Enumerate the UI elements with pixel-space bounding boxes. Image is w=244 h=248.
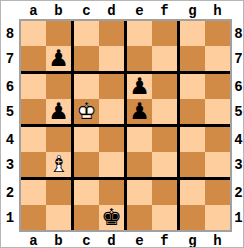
file-label-h-bottom: h [205,232,230,248]
square-e3[interactable] [127,152,152,177]
file-label-f-top: f [152,1,177,20]
file-label-b-bottom: b [46,232,71,248]
square-h6[interactable] [205,74,230,99]
file-label-d-top: d [99,1,124,20]
square-f2[interactable] [152,180,177,205]
black-pawn[interactable]: ♟ [46,99,71,124]
rank-label-1-left: 1 [1,205,19,230]
square-g3[interactable] [180,152,205,177]
square-e4[interactable] [127,127,152,152]
square-f7[interactable] [152,46,177,71]
square-b5[interactable]: ♟ [46,99,71,124]
rank-label-8-right: 8 [232,21,244,46]
square-e6[interactable]: ♟ [127,74,152,99]
chess-diagram: abcdefgh 87654321 87654321 abcdefgh ♟♟♟♚… [0,0,244,248]
file-label-e-bottom: e [127,232,152,248]
rank-labels-right: 87654321 [232,21,244,230]
file-label-d-bottom: d [99,232,124,248]
square-h5[interactable] [205,99,230,124]
square-d8[interactable] [99,21,124,46]
square-d6[interactable] [99,74,124,99]
square-c3[interactable] [74,152,99,177]
square-d7[interactable] [99,46,124,71]
square-e7[interactable] [127,46,152,71]
square-g8[interactable] [180,21,205,46]
black-pawn[interactable]: ♟ [46,46,71,71]
square-h1[interactable] [205,205,230,230]
rank-label-5-left: 5 [1,99,19,124]
square-a8[interactable] [21,21,46,46]
square-f4[interactable] [152,127,177,152]
black-pawn[interactable]: ♟ [127,99,152,124]
square-c5[interactable]: ♚♔ [74,99,99,124]
square-d4[interactable] [99,127,124,152]
square-f3[interactable] [152,152,177,177]
rank-label-4-right: 4 [232,127,244,152]
file-label-f-bottom: f [152,232,177,248]
square-d3[interactable] [99,152,124,177]
square-f8[interactable] [152,21,177,46]
square-b2[interactable] [46,180,71,205]
square-a1[interactable] [21,205,46,230]
square-a7[interactable] [21,46,46,71]
rank-label-6-left: 6 [1,74,19,99]
file-label-a-bottom: a [21,232,46,248]
square-a6[interactable] [21,74,46,99]
square-e1[interactable] [127,205,152,230]
rank-label-2-right: 2 [232,180,244,205]
square-a3[interactable] [21,152,46,177]
square-a4[interactable] [21,127,46,152]
square-h3[interactable] [205,152,230,177]
file-label-h-top: h [205,1,230,20]
black-king[interactable]: ♚ [99,205,124,230]
square-d5[interactable] [99,99,124,124]
file-label-g-top: g [180,1,205,20]
square-h7[interactable] [205,46,230,71]
square-c6[interactable] [74,74,99,99]
file-label-c-top: c [74,1,99,20]
rank-label-7-right: 7 [232,46,244,71]
square-g6[interactable] [180,74,205,99]
file-label-b-top: b [46,1,71,20]
square-h8[interactable] [205,21,230,46]
white-king[interactable]: ♔ [74,99,99,124]
square-b3[interactable]: ♝♗ [46,152,71,177]
square-g2[interactable] [180,180,205,205]
square-a5[interactable] [21,99,46,124]
square-g7[interactable] [180,46,205,71]
rank-label-2-left: 2 [1,180,19,205]
rank-label-6-right: 6 [232,74,244,99]
square-c8[interactable] [74,21,99,46]
square-c4[interactable] [74,127,99,152]
square-e8[interactable] [127,21,152,46]
square-g5[interactable] [180,99,205,124]
file-label-g-bottom: g [180,232,205,248]
square-e5[interactable]: ♟ [127,99,152,124]
square-b4[interactable] [46,127,71,152]
square-f1[interactable] [152,205,177,230]
black-pawn[interactable]: ♟ [127,74,152,99]
board-frame: ♟♟♟♚♔♟♝♗♚ [19,19,232,232]
square-a2[interactable] [21,180,46,205]
square-b7[interactable]: ♟ [46,46,71,71]
square-b8[interactable] [46,21,71,46]
square-f6[interactable] [152,74,177,99]
square-f5[interactable] [152,99,177,124]
rank-label-7-left: 7 [1,46,19,71]
rank-labels-left: 87654321 [1,21,19,230]
square-c1[interactable] [74,205,99,230]
file-labels-bottom: abcdefgh [21,232,230,248]
square-d2[interactable] [99,180,124,205]
file-label-a-top: a [21,1,46,20]
rank-label-8-left: 8 [1,21,19,46]
square-e2[interactable] [127,180,152,205]
square-h4[interactable] [205,127,230,152]
chess-board: ♟♟♟♚♔♟♝♗♚ [21,21,230,230]
rank-label-4-left: 4 [1,127,19,152]
square-c7[interactable] [74,46,99,71]
square-b6[interactable] [46,74,71,99]
file-label-e-top: e [127,1,152,20]
square-g4[interactable] [180,127,205,152]
rank-label-3-right: 3 [232,152,244,177]
square-d1[interactable]: ♚ [99,205,124,230]
file-label-c-bottom: c [74,232,99,248]
square-g1[interactable] [180,205,205,230]
square-h2[interactable] [205,180,230,205]
square-b1[interactable] [46,205,71,230]
white-bishop[interactable]: ♗ [46,152,71,177]
file-labels-top: abcdefgh [21,1,230,20]
rank-label-5-right: 5 [232,99,244,124]
rank-label-3-left: 3 [1,152,19,177]
rank-label-1-right: 1 [232,205,244,230]
square-c2[interactable] [74,180,99,205]
